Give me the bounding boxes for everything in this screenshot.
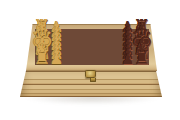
chess-board xyxy=(35,29,149,65)
board-square xyxy=(35,29,149,65)
brass-latch-icon xyxy=(85,70,96,78)
chess-set-photo: ♜♟♟♜♞♟♟♞♝♟♟♝♛♟♟♛♚♟♟♚♝♟♟♝♞♟♟♞♜♟♟♜ xyxy=(0,0,180,120)
